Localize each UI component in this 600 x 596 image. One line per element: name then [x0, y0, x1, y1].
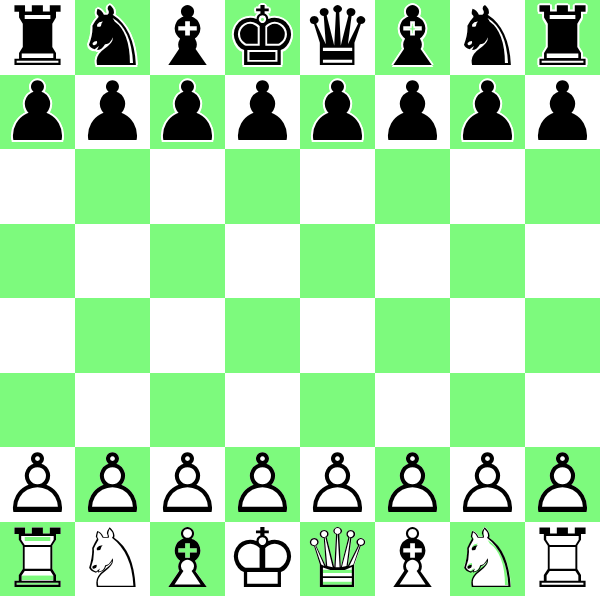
white-knight-outline: ♘	[76, 522, 150, 596]
white-knight-outline: ♘	[451, 522, 525, 596]
white-bishop-outline: ♗	[376, 522, 450, 596]
black-pawn[interactable]: ♟	[376, 75, 450, 150]
square-a7[interactable]: ♟	[0, 75, 75, 150]
square-b1[interactable]: ♞♘	[75, 522, 150, 596]
square-a4[interactable]	[0, 298, 75, 373]
white-rook-outline: ♖	[1, 522, 75, 596]
square-c6[interactable]	[150, 149, 225, 224]
white-rook[interactable]: ♜♖	[526, 522, 600, 596]
square-g1[interactable]: ♞♘	[450, 522, 525, 596]
black-pawn[interactable]: ♟	[226, 75, 300, 150]
white-queen[interactable]: ♛♕	[301, 522, 375, 596]
square-a5[interactable]	[0, 224, 75, 299]
square-f5[interactable]	[375, 224, 450, 299]
square-d6[interactable]	[225, 149, 300, 224]
white-queen-outline: ♕	[301, 522, 375, 596]
square-d1[interactable]: ♚♔	[225, 522, 300, 596]
square-e1[interactable]: ♛♕	[300, 522, 375, 596]
white-bishop[interactable]: ♝♗	[151, 522, 225, 596]
square-b7[interactable]: ♟	[75, 75, 150, 150]
black-pawn[interactable]: ♟	[526, 75, 600, 150]
square-h4[interactable]	[525, 298, 600, 373]
square-d5[interactable]	[225, 224, 300, 299]
white-bishop[interactable]: ♝♗	[376, 522, 450, 596]
square-f7[interactable]: ♟	[375, 75, 450, 150]
black-pawn[interactable]: ♟	[151, 75, 225, 150]
square-h1[interactable]: ♜♖	[525, 522, 600, 596]
white-knight[interactable]: ♞♘	[76, 522, 150, 596]
square-c1[interactable]: ♝♗	[150, 522, 225, 596]
white-king[interactable]: ♚♔	[226, 522, 300, 596]
square-g4[interactable]	[450, 298, 525, 373]
square-c5[interactable]	[150, 224, 225, 299]
square-e6[interactable]	[300, 149, 375, 224]
square-f6[interactable]	[375, 149, 450, 224]
square-d7[interactable]: ♟	[225, 75, 300, 150]
white-knight[interactable]: ♞♘	[451, 522, 525, 596]
square-g5[interactable]	[450, 224, 525, 299]
square-h6[interactable]	[525, 149, 600, 224]
square-e7[interactable]: ♟	[300, 75, 375, 150]
square-b4[interactable]	[75, 298, 150, 373]
square-g6[interactable]	[450, 149, 525, 224]
square-f4[interactable]	[375, 298, 450, 373]
black-pawn[interactable]: ♟	[1, 75, 75, 150]
square-c7[interactable]: ♟	[150, 75, 225, 150]
white-rook[interactable]: ♜♖	[1, 522, 75, 596]
square-h7[interactable]: ♟	[525, 75, 600, 150]
chess-board: ♜♞♝♚♛♝♞♜♟♟♟♟♟♟♟♟♟♙♟♙♟♙♟♙♟♙♟♙♟♙♟♙♜♖♞♘♝♗♚♔…	[0, 0, 600, 596]
square-a1[interactable]: ♜♖	[0, 522, 75, 596]
square-h5[interactable]	[525, 224, 600, 299]
square-e5[interactable]	[300, 224, 375, 299]
square-e4[interactable]	[300, 298, 375, 373]
square-b5[interactable]	[75, 224, 150, 299]
black-pawn[interactable]: ♟	[76, 75, 150, 150]
square-b6[interactable]	[75, 149, 150, 224]
square-c4[interactable]	[150, 298, 225, 373]
white-bishop-outline: ♗	[151, 522, 225, 596]
white-rook-outline: ♖	[526, 522, 600, 596]
square-d4[interactable]	[225, 298, 300, 373]
black-pawn[interactable]: ♟	[301, 75, 375, 150]
square-a6[interactable]	[0, 149, 75, 224]
square-f1[interactable]: ♝♗	[375, 522, 450, 596]
black-pawn[interactable]: ♟	[451, 75, 525, 150]
square-g7[interactable]: ♟	[450, 75, 525, 150]
white-king-outline: ♔	[226, 522, 300, 596]
